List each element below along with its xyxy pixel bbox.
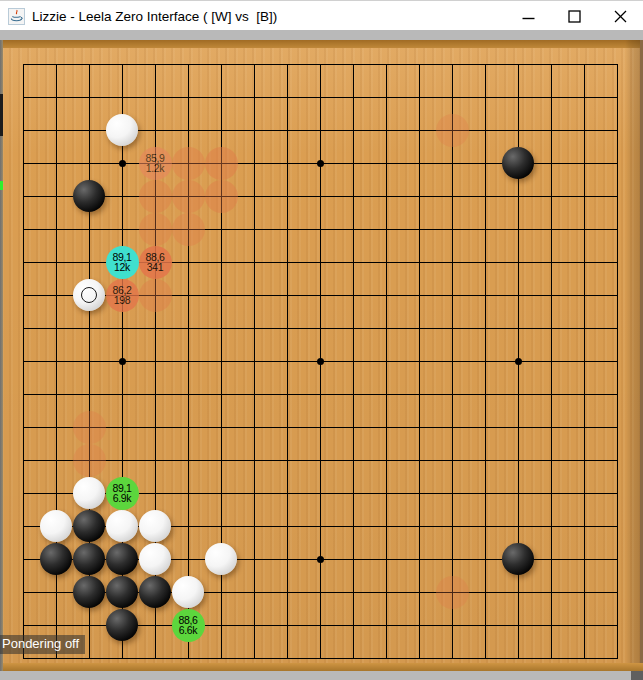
maximize-button[interactable] [551, 1, 597, 31]
window-title: Lizzie - Leela Zero Interface ( [W] vs [… [32, 9, 277, 24]
white-stone[interactable] [73, 279, 105, 311]
ghost-candidate-move[interactable] [172, 147, 205, 180]
black-stone[interactable] [73, 576, 105, 608]
visits-value: 6.6k [179, 625, 198, 635]
star-point [317, 358, 324, 365]
top-separator-strip [0, 30, 643, 40]
black-stone[interactable] [502, 543, 534, 575]
grid-line-horizontal [23, 460, 618, 461]
go-board[interactable]: 85,91.2k89,112k88,634186,219889,16.9k88,… [0, 40, 643, 671]
black-stone[interactable] [40, 543, 72, 575]
lizzie-window: Lizzie - Leela Zero Interface ( [W] vs [… [0, 0, 643, 680]
analysis-move-circle[interactable]: 89,16.9k [106, 477, 139, 510]
pondering-status-label: Pondering off [0, 635, 85, 654]
black-stone[interactable] [106, 543, 138, 575]
ghost-candidate-move[interactable] [73, 444, 106, 477]
maximize-icon [568, 10, 581, 23]
grid-line-horizontal [23, 427, 618, 428]
close-button[interactable] [597, 1, 643, 31]
ghost-candidate-move[interactable] [436, 114, 469, 147]
star-point [317, 556, 324, 563]
visits-value: 341 [147, 262, 164, 272]
grid-line-vertical [617, 64, 618, 659]
white-stone[interactable] [205, 543, 237, 575]
ghost-candidate-move[interactable] [436, 576, 469, 609]
black-stone[interactable] [139, 576, 171, 608]
star-point [317, 160, 324, 167]
bottom-separator-strip [0, 671, 643, 680]
visits-value: 6.9k [113, 493, 132, 503]
grid-line-vertical [419, 64, 420, 659]
white-stone[interactable] [73, 477, 105, 509]
title-bar: Lizzie - Leela Zero Interface ( [W] vs [… [0, 0, 643, 31]
ghost-candidate-move[interactable] [139, 279, 172, 312]
last-move-marker [81, 287, 97, 303]
analysis-move-circle[interactable]: 88,6341 [139, 246, 172, 279]
grid-line-vertical [353, 64, 354, 659]
winrate-bar-green-segment [0, 181, 3, 190]
white-stone[interactable] [106, 510, 138, 542]
analysis-move-circle[interactable]: 88,66.6k [172, 609, 205, 642]
star-point [119, 160, 126, 167]
ghost-candidate-move[interactable] [172, 180, 205, 213]
close-icon [614, 10, 627, 23]
grid-line-vertical [584, 64, 585, 659]
ghost-candidate-move[interactable] [205, 180, 238, 213]
black-stone[interactable] [73, 180, 105, 212]
board-edge-bottom [0, 663, 643, 671]
java-app-icon [8, 8, 25, 25]
white-stone[interactable] [139, 543, 171, 575]
black-stone[interactable] [73, 543, 105, 575]
analysis-move-circle[interactable]: 85,91.2k [139, 147, 172, 180]
white-stone[interactable] [139, 510, 171, 542]
grid-line-vertical [485, 64, 486, 659]
visits-value: 1.2k [146, 163, 165, 173]
visits-value: 12k [114, 262, 130, 272]
visits-value: 198 [114, 295, 131, 305]
black-stone[interactable] [106, 576, 138, 608]
star-point [515, 358, 522, 365]
black-stone[interactable] [106, 609, 138, 641]
ghost-candidate-move[interactable] [205, 147, 238, 180]
grid-line-vertical [452, 64, 453, 659]
analysis-move-circle[interactable]: 89,112k [106, 246, 139, 279]
white-stone[interactable] [106, 114, 138, 146]
ghost-candidate-move[interactable] [139, 180, 172, 213]
white-stone[interactable] [40, 510, 72, 542]
board-edge-right [625, 40, 643, 671]
winrate-bar-black-segment [0, 94, 3, 136]
star-point [119, 358, 126, 365]
window-left-border [0, 40, 3, 671]
grid-line-horizontal [23, 394, 618, 395]
grid-line-vertical [551, 64, 552, 659]
bottom-right-corner [631, 671, 643, 680]
black-stone[interactable] [502, 147, 534, 179]
grid-line-vertical [386, 64, 387, 659]
ghost-candidate-move[interactable] [172, 213, 205, 246]
ghost-candidate-move[interactable] [139, 213, 172, 246]
board-edge-top [0, 40, 643, 48]
ghost-candidate-move[interactable] [73, 411, 106, 444]
analysis-move-circle[interactable]: 86,2198 [106, 279, 139, 312]
window-controls [505, 1, 643, 31]
minimize-button[interactable] [505, 1, 551, 31]
grid-line-horizontal [23, 658, 618, 659]
white-stone[interactable] [172, 576, 204, 608]
black-stone[interactable] [73, 510, 105, 542]
minimize-icon [522, 10, 535, 23]
